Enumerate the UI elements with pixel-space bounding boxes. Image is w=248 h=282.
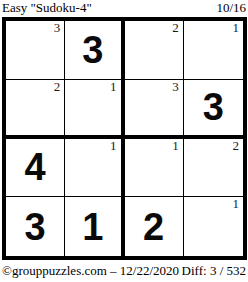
corner-mark: 1 — [172, 139, 179, 153]
cell-r2c1[interactable]: 1 — [65, 139, 124, 198]
sudoku-board: 3321213341123121 — [2, 17, 247, 260]
cell-r1c0[interactable]: 2 — [6, 80, 65, 139]
cell-r1c3[interactable]: 3 — [184, 80, 243, 139]
given-digit: 3 — [184, 80, 243, 135]
corner-mark: 2 — [233, 139, 240, 153]
given-digit: 1 — [65, 197, 120, 256]
cell-r0c2[interactable]: 2 — [125, 21, 184, 80]
difficulty-rating: Diff: 3 / 532 — [182, 263, 246, 278]
footer: ©grouppuzzles.com – 12/22/2020 Diff: 3 /… — [2, 263, 246, 278]
given-digit: 3 — [65, 21, 120, 79]
cell-r2c0[interactable]: 4 — [6, 139, 65, 198]
corner-mark: 1 — [233, 21, 240, 35]
cell-r3c0[interactable]: 3 — [6, 197, 65, 256]
given-digit: 4 — [6, 139, 64, 197]
puzzle-counter: 10/16 — [216, 0, 246, 15]
cell-r3c1[interactable]: 1 — [65, 197, 124, 256]
corner-mark: 1 — [110, 139, 117, 153]
corner-mark: 2 — [172, 21, 179, 35]
corner-mark: 1 — [233, 197, 240, 211]
cell-r0c1[interactable]: 3 — [65, 21, 124, 80]
cell-r2c2[interactable]: 1 — [125, 139, 184, 198]
cell-r2c3[interactable]: 2 — [184, 139, 243, 198]
cell-r3c3[interactable]: 1 — [184, 197, 243, 256]
corner-mark: 3 — [172, 80, 179, 94]
header: Easy "Sudoku-4" 10/16 — [2, 0, 246, 16]
cell-r0c0[interactable]: 3 — [6, 21, 65, 80]
cell-r3c2[interactable]: 2 — [125, 197, 184, 256]
puzzle-title: Easy "Sudoku-4" — [2, 0, 92, 15]
cell-r0c3[interactable]: 1 — [184, 21, 243, 80]
copyright-date: ©grouppuzzles.com – 12/22/2020 — [2, 263, 179, 278]
cell-r1c2[interactable]: 3 — [125, 80, 184, 139]
corner-mark: 3 — [54, 21, 61, 35]
corner-mark: 2 — [54, 80, 61, 94]
cell-r1c1[interactable]: 1 — [65, 80, 124, 139]
given-digit: 3 — [6, 197, 64, 256]
given-digit: 2 — [125, 197, 183, 256]
corner-mark: 1 — [110, 80, 117, 94]
